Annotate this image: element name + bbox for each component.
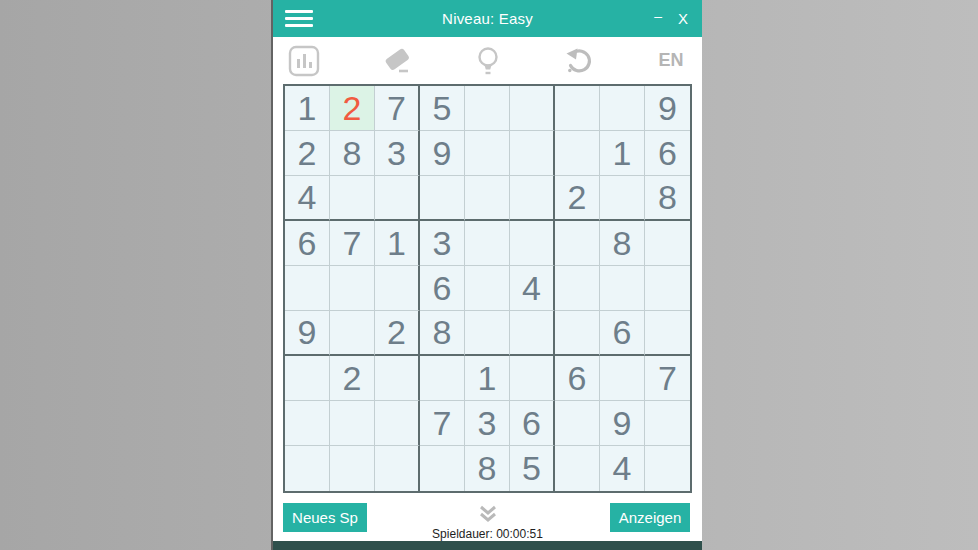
- minimize-button[interactable]: –: [654, 11, 662, 21]
- app-window: Niveau: Easy – X: [271, 0, 702, 550]
- expand-numpad-button[interactable]: [474, 505, 502, 529]
- cell-r9c7[interactable]: [555, 446, 600, 491]
- cell-r2c3[interactable]: 3: [375, 131, 420, 176]
- sudoku-board: 127592839164286713864928621677369854: [283, 84, 692, 493]
- cell-r9c4[interactable]: [420, 446, 465, 491]
- cell-r3c3[interactable]: [375, 176, 420, 221]
- cell-r5c8[interactable]: [600, 266, 645, 311]
- eraser-button[interactable]: [379, 45, 413, 77]
- cell-r8c7[interactable]: [555, 401, 600, 446]
- cell-r2c5[interactable]: [465, 131, 510, 176]
- cell-r5c4[interactable]: 6: [420, 266, 465, 311]
- cell-r1c6[interactable]: [510, 86, 555, 131]
- cell-r6c1[interactable]: 9: [285, 311, 330, 356]
- bottom-accent-strip: [273, 541, 702, 550]
- cell-r4c7[interactable]: [555, 221, 600, 266]
- language-button[interactable]: EN: [654, 45, 688, 77]
- cell-r4c5[interactable]: [465, 221, 510, 266]
- cell-r6c2[interactable]: [330, 311, 375, 356]
- cell-r7c6[interactable]: [510, 356, 555, 401]
- cell-r4c2[interactable]: 7: [330, 221, 375, 266]
- cell-r6c3[interactable]: 2: [375, 311, 420, 356]
- cell-r4c4[interactable]: 3: [420, 221, 465, 266]
- cell-r9c3[interactable]: [375, 446, 420, 491]
- eraser-icon: [379, 45, 413, 77]
- cell-r4c9[interactable]: [645, 221, 690, 266]
- hint-button[interactable]: [471, 45, 505, 77]
- cell-r5c5[interactable]: [465, 266, 510, 311]
- stats-button[interactable]: [287, 45, 321, 77]
- cell-r1c5[interactable]: [465, 86, 510, 131]
- cell-r2c8[interactable]: 1: [600, 131, 645, 176]
- cell-r1c9[interactable]: 9: [645, 86, 690, 131]
- cell-r5c1[interactable]: [285, 266, 330, 311]
- language-label: EN: [658, 50, 683, 71]
- undo-button[interactable]: [562, 45, 596, 77]
- cell-r9c5[interactable]: 8: [465, 446, 510, 491]
- cell-r7c7[interactable]: 6: [555, 356, 600, 401]
- cell-r7c4[interactable]: [420, 356, 465, 401]
- cell-r8c5[interactable]: 3: [465, 401, 510, 446]
- stats-icon: [288, 45, 320, 77]
- cell-r9c9[interactable]: [645, 446, 690, 491]
- hint-bulb-icon: [473, 45, 503, 77]
- cell-r8c4[interactable]: 7: [420, 401, 465, 446]
- cell-r4c6[interactable]: [510, 221, 555, 266]
- cell-r2c7[interactable]: [555, 131, 600, 176]
- cell-r1c2[interactable]: 2: [330, 86, 375, 131]
- cell-r6c9[interactable]: [645, 311, 690, 356]
- cell-r1c1[interactable]: 1: [285, 86, 330, 131]
- game-timer: Spieldauer: 00:00:51: [273, 527, 702, 541]
- cell-r8c3[interactable]: [375, 401, 420, 446]
- cell-r3c5[interactable]: [465, 176, 510, 221]
- cell-r3c8[interactable]: [600, 176, 645, 221]
- cell-r7c3[interactable]: [375, 356, 420, 401]
- cell-r4c8[interactable]: 8: [600, 221, 645, 266]
- cell-r3c2[interactable]: [330, 176, 375, 221]
- cell-r6c8[interactable]: 6: [600, 311, 645, 356]
- cell-r8c8[interactable]: 9: [600, 401, 645, 446]
- cell-r3c9[interactable]: 8: [645, 176, 690, 221]
- cell-r7c8[interactable]: [600, 356, 645, 401]
- cell-r2c9[interactable]: 6: [645, 131, 690, 176]
- cell-r6c5[interactable]: [465, 311, 510, 356]
- cell-r5c9[interactable]: [645, 266, 690, 311]
- cell-r2c1[interactable]: 2: [285, 131, 330, 176]
- cell-r5c2[interactable]: [330, 266, 375, 311]
- cell-r2c2[interactable]: 8: [330, 131, 375, 176]
- cell-r7c9[interactable]: 7: [645, 356, 690, 401]
- cell-r4c1[interactable]: 6: [285, 221, 330, 266]
- cell-r2c4[interactable]: 9: [420, 131, 465, 176]
- cell-r8c1[interactable]: [285, 401, 330, 446]
- toolbar: EN: [273, 37, 702, 84]
- cell-r2c6[interactable]: [510, 131, 555, 176]
- cell-r9c1[interactable]: [285, 446, 330, 491]
- cell-r3c4[interactable]: [420, 176, 465, 221]
- cell-r6c4[interactable]: 8: [420, 311, 465, 356]
- cell-r5c3[interactable]: [375, 266, 420, 311]
- cell-r9c6[interactable]: 5: [510, 446, 555, 491]
- cell-r7c1[interactable]: [285, 356, 330, 401]
- cell-r7c2[interactable]: 2: [330, 356, 375, 401]
- cell-r1c3[interactable]: 7: [375, 86, 420, 131]
- cell-r9c8[interactable]: 4: [600, 446, 645, 491]
- cell-r7c5[interactable]: 1: [465, 356, 510, 401]
- cell-r8c2[interactable]: [330, 401, 375, 446]
- cell-r5c7[interactable]: [555, 266, 600, 311]
- cell-r9c2[interactable]: [330, 446, 375, 491]
- cell-r8c6[interactable]: 6: [510, 401, 555, 446]
- double-chevron-down-icon: [474, 505, 502, 525]
- cell-r1c7[interactable]: [555, 86, 600, 131]
- titlebar: Niveau: Easy – X: [273, 0, 702, 37]
- cell-r4c3[interactable]: 1: [375, 221, 420, 266]
- undo-icon: [563, 45, 595, 77]
- cell-r6c6[interactable]: [510, 311, 555, 356]
- cell-r1c8[interactable]: [600, 86, 645, 131]
- cell-r8c9[interactable]: [645, 401, 690, 446]
- cell-r3c1[interactable]: 4: [285, 176, 330, 221]
- cell-r6c7[interactable]: [555, 311, 600, 356]
- cell-r1c4[interactable]: 5: [420, 86, 465, 131]
- page-title: Niveau: Easy: [273, 10, 702, 27]
- cell-r3c7[interactable]: 2: [555, 176, 600, 221]
- cell-r3c6[interactable]: [510, 176, 555, 221]
- cell-r5c6[interactable]: 4: [510, 266, 555, 311]
